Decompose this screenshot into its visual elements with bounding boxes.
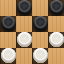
- white-piece[interactable]: [1, 48, 16, 63]
- square-r2c3[interactable]: [48, 32, 64, 48]
- game-screenshot: [0, 0, 64, 64]
- square-r3c3[interactable]: [48, 48, 64, 64]
- white-piece[interactable]: [33, 48, 48, 63]
- white-piece[interactable]: [17, 32, 32, 47]
- black-piece[interactable]: [17, 0, 32, 15]
- square-r3c0[interactable]: [0, 48, 16, 64]
- square-r3c2[interactable]: [32, 48, 48, 64]
- square-r1c2[interactable]: [32, 16, 48, 32]
- square-r0c0[interactable]: [0, 0, 16, 16]
- black-piece[interactable]: [33, 16, 48, 31]
- square-r0c1[interactable]: [16, 0, 32, 16]
- square-r2c2[interactable]: [32, 32, 48, 48]
- white-piece[interactable]: [49, 32, 64, 47]
- square-r1c1[interactable]: [16, 16, 32, 32]
- square-r1c0[interactable]: [0, 16, 16, 32]
- square-r1c3[interactable]: [48, 16, 64, 32]
- square-r0c2[interactable]: [32, 0, 48, 16]
- checkers-board: [0, 0, 64, 64]
- square-r2c0[interactable]: [0, 32, 16, 48]
- black-piece[interactable]: [1, 16, 16, 31]
- square-r3c1[interactable]: [16, 48, 32, 64]
- square-r2c1[interactable]: [16, 32, 32, 48]
- black-piece[interactable]: [49, 0, 64, 15]
- square-r0c3[interactable]: [48, 0, 64, 16]
